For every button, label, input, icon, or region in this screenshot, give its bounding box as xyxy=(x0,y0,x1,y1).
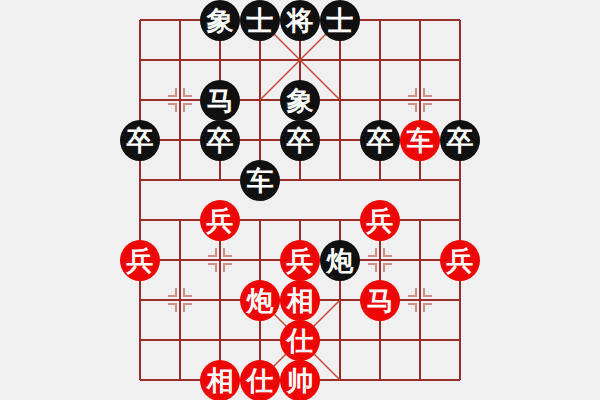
piece-black-pawn[interactable]: 卒 xyxy=(120,120,160,161)
board-point: 卒 xyxy=(120,120,160,160)
board-point: 帅 xyxy=(280,360,320,400)
piece-red-advisor[interactable]: 仕 xyxy=(280,320,320,361)
board-point: 士 xyxy=(240,0,280,40)
piece-red-cannon[interactable]: 炮 xyxy=(240,280,280,321)
board-point: 车 xyxy=(240,160,280,200)
piece-black-advisor[interactable]: 士 xyxy=(240,0,280,41)
piece-black-general[interactable]: 将 xyxy=(280,0,320,41)
board-point: 象 xyxy=(280,80,320,120)
board-point: 仕 xyxy=(280,320,320,360)
board-point: 卒 xyxy=(280,120,320,160)
board-point: 将 xyxy=(280,0,320,40)
board-point: 兵 xyxy=(440,240,480,280)
board-point: 兵 xyxy=(280,240,320,280)
piece-red-general[interactable]: 帅 xyxy=(280,360,320,400)
board-point: 炮 xyxy=(320,240,360,280)
piece-black-pawn[interactable]: 卒 xyxy=(280,120,320,161)
piece-black-elephant[interactable]: 象 xyxy=(280,80,320,121)
board-point: 车 xyxy=(400,120,440,160)
board-point: 兵 xyxy=(200,200,240,240)
piece-red-horse[interactable]: 马 xyxy=(360,280,400,321)
board-point: 相 xyxy=(200,360,240,400)
piece-black-cannon[interactable]: 炮 xyxy=(320,240,360,281)
piece-black-chariot[interactable]: 车 xyxy=(240,160,280,201)
board-point: 象 xyxy=(200,0,240,40)
pieces-layer: 象士将士马象卒卒卒卒车卒车兵兵兵兵炮兵炮相马仕相仕帅 xyxy=(120,0,480,400)
piece-red-pawn[interactable]: 兵 xyxy=(120,240,160,281)
piece-red-elephant[interactable]: 相 xyxy=(280,280,320,321)
piece-red-pawn[interactable]: 兵 xyxy=(280,240,320,281)
board-point: 相 xyxy=(280,280,320,320)
piece-black-elephant[interactable]: 象 xyxy=(200,0,240,41)
board-point: 仕 xyxy=(240,360,280,400)
piece-red-elephant[interactable]: 相 xyxy=(200,360,240,400)
board-point: 士 xyxy=(320,0,360,40)
piece-black-advisor[interactable]: 士 xyxy=(320,0,360,41)
piece-black-horse[interactable]: 马 xyxy=(200,80,240,121)
board-point: 兵 xyxy=(120,240,160,280)
board-point: 马 xyxy=(360,280,400,320)
piece-red-pawn[interactable]: 兵 xyxy=(440,240,480,281)
piece-red-pawn[interactable]: 兵 xyxy=(200,200,240,241)
board-point: 卒 xyxy=(360,120,400,160)
piece-red-chariot[interactable]: 车 xyxy=(400,120,440,161)
board-point: 兵 xyxy=(360,200,400,240)
piece-black-pawn[interactable]: 卒 xyxy=(360,120,400,161)
xiangqi-app: 象士将士马象卒卒卒卒车卒车兵兵兵兵炮兵炮相马仕相仕帅 xyxy=(0,0,600,400)
piece-red-advisor[interactable]: 仕 xyxy=(240,360,280,400)
board-point: 马 xyxy=(200,80,240,120)
board-point: 炮 xyxy=(240,280,280,320)
piece-red-pawn[interactable]: 兵 xyxy=(360,200,400,241)
board-point: 卒 xyxy=(200,120,240,160)
piece-black-pawn[interactable]: 卒 xyxy=(200,120,240,161)
board-point: 卒 xyxy=(440,120,480,160)
piece-black-pawn[interactable]: 卒 xyxy=(440,120,480,161)
